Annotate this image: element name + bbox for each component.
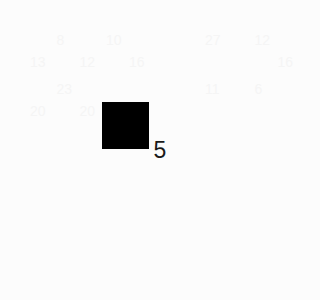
down-clue: 6 (255, 81, 263, 97)
across-clue: 13 (30, 54, 46, 70)
across-clue: 20 (30, 103, 46, 119)
cell-r5c4-entry[interactable]: 5 (0, 0, 320, 300)
cell-r5c5-block (102, 102, 149, 149)
given-digit: 5 (0, 0, 320, 300)
across-clue: 16 (129, 54, 145, 70)
down-clue: 10 (106, 32, 122, 48)
kakuro-board: 8102712135812239316321461116686220925312… (0, 0, 300, 300)
across-clue: 16 (277, 54, 293, 70)
down-clue: 27 (205, 32, 221, 48)
down-clue: 12 (255, 32, 271, 48)
across-clue: 12 (79, 54, 95, 70)
down-clue: 23 (57, 81, 73, 97)
down-clue: 11 (205, 81, 220, 97)
across-clue: 20 (79, 103, 95, 119)
down-clue: 8 (57, 32, 65, 48)
